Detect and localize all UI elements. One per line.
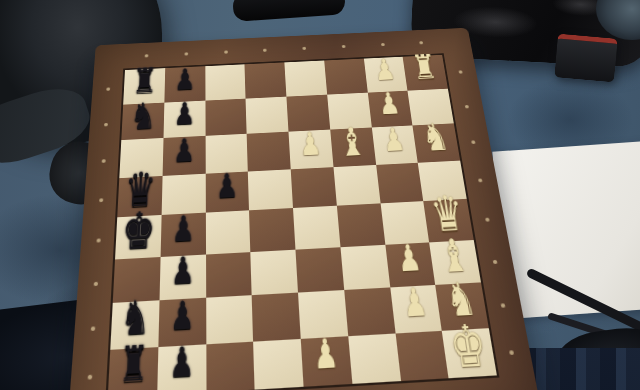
dark-object-top bbox=[232, 0, 346, 22]
photo-scene: ЯR ♜♟♟♜♞♟♟♟♟♝♟♞♛♟♚♟♛♟♟♝♞♟♟♞♜♟♟♚ ♜ bbox=[0, 0, 640, 390]
white-pawn-a2[interactable]: ♟ bbox=[373, 55, 397, 84]
square-a1[interactable]: ♜ bbox=[403, 55, 448, 90]
square-e8[interactable]: ♚ bbox=[115, 215, 161, 259]
square-a6[interactable] bbox=[205, 64, 246, 100]
square-c5[interactable] bbox=[247, 132, 291, 171]
square-e6[interactable] bbox=[205, 210, 250, 254]
square-h3[interactable] bbox=[348, 333, 401, 384]
border-coordinate-mark bbox=[501, 303, 506, 307]
white-rook-a1[interactable]: ♜ bbox=[410, 51, 439, 85]
border-coordinate-mark bbox=[224, 50, 228, 53]
square-b8[interactable]: ♞ bbox=[121, 102, 164, 140]
border-coordinate-mark bbox=[263, 49, 267, 52]
square-h6[interactable] bbox=[206, 341, 255, 390]
white-knight-c1[interactable]: ♞ bbox=[420, 118, 451, 157]
square-h8[interactable]: ♜ bbox=[108, 347, 158, 390]
square-e5[interactable] bbox=[249, 208, 295, 252]
square-c7[interactable]: ♟ bbox=[162, 136, 205, 176]
black-king-e8[interactable]: ♚ bbox=[121, 205, 156, 258]
black-rook-h8[interactable]: ♜ bbox=[118, 341, 149, 390]
border-coordinate-mark bbox=[104, 122, 108, 126]
square-a5[interactable] bbox=[245, 62, 287, 98]
border-coordinate-mark bbox=[509, 350, 514, 355]
chess-board[interactable]: ♜♟♟♜♞♟♟♟♟♝♟♞♛♟♚♟♛♟♟♝♞♟♟♞♜♟♟♚ bbox=[108, 55, 497, 390]
square-h4[interactable]: ♟ bbox=[301, 336, 352, 387]
square-f6[interactable] bbox=[206, 252, 252, 298]
black-knight-b8[interactable]: ♞ bbox=[130, 97, 157, 135]
border-coordinate-mark bbox=[102, 159, 106, 163]
white-bishop-c3[interactable]: ♝ bbox=[337, 122, 367, 162]
border-coordinate-mark bbox=[458, 70, 462, 73]
black-pawn-c7[interactable]: ♟ bbox=[173, 134, 195, 167]
black-pawn-a7[interactable]: ♟ bbox=[174, 65, 195, 95]
black-pawn-f7[interactable]: ♟ bbox=[171, 252, 195, 290]
border-coordinate-mark bbox=[94, 281, 98, 285]
square-e4[interactable] bbox=[293, 206, 340, 249]
square-d5[interactable] bbox=[248, 169, 293, 210]
border-coordinate-mark bbox=[419, 41, 423, 44]
square-g6[interactable] bbox=[206, 295, 254, 344]
black-pawn-e7[interactable]: ♟ bbox=[172, 211, 195, 247]
white-pawn-f2[interactable]: ♟ bbox=[395, 240, 423, 278]
square-h5[interactable] bbox=[253, 338, 303, 389]
black-pawn-h7[interactable]: ♟ bbox=[169, 341, 194, 384]
square-f5[interactable] bbox=[251, 249, 298, 295]
square-d4[interactable] bbox=[291, 167, 337, 208]
border-coordinate-mark bbox=[91, 326, 96, 331]
square-c3[interactable]: ♝ bbox=[330, 127, 376, 166]
square-e3[interactable] bbox=[337, 203, 385, 246]
square-b5[interactable] bbox=[246, 96, 289, 134]
border-coordinate-mark bbox=[485, 218, 490, 222]
square-d2[interactable] bbox=[376, 162, 424, 203]
border-coordinate-mark bbox=[184, 52, 188, 55]
square-b6[interactable] bbox=[205, 98, 247, 136]
border-coordinate-mark bbox=[88, 374, 93, 379]
square-h7[interactable]: ♟ bbox=[157, 344, 206, 390]
square-f3[interactable] bbox=[340, 244, 390, 290]
black-pawn-b7[interactable]: ♟ bbox=[174, 99, 195, 130]
square-g3[interactable] bbox=[344, 287, 395, 335]
border-coordinate-mark bbox=[302, 47, 306, 50]
border-coordinate-mark bbox=[99, 198, 103, 202]
square-a4[interactable] bbox=[284, 61, 327, 97]
border-coordinate-mark bbox=[471, 140, 475, 144]
white-pawn-g2[interactable]: ♟ bbox=[401, 283, 430, 323]
square-d6[interactable]: ♟ bbox=[205, 171, 249, 213]
square-a3[interactable] bbox=[324, 59, 367, 95]
chess-board-frame: ♜♟♟♜♞♟♟♟♟♝♟♞♛♟♚♟♛♟♟♝♞♟♟♞♜♟♟♚ ♜ bbox=[66, 28, 542, 390]
border-coordinate-mark bbox=[478, 178, 483, 182]
small-device bbox=[554, 33, 618, 82]
square-c1[interactable]: ♞ bbox=[413, 123, 460, 162]
square-g5[interactable] bbox=[252, 293, 301, 342]
border-coordinate-mark bbox=[465, 105, 469, 108]
square-d3[interactable] bbox=[333, 165, 380, 206]
border-coordinate-mark bbox=[493, 259, 498, 263]
border-coordinate-mark bbox=[341, 45, 345, 48]
square-f4[interactable] bbox=[295, 247, 344, 293]
white-pawn-b2[interactable]: ♟ bbox=[377, 89, 402, 120]
border-coordinate-mark bbox=[96, 238, 100, 242]
black-pawn-g7[interactable]: ♟ bbox=[170, 296, 194, 336]
black-pawn-d6[interactable]: ♟ bbox=[216, 169, 239, 203]
square-h1[interactable]: ♚ bbox=[442, 328, 497, 379]
square-h2[interactable] bbox=[395, 330, 449, 381]
white-pawn-c4[interactable]: ♟ bbox=[298, 128, 322, 161]
square-c4[interactable]: ♟ bbox=[288, 130, 333, 169]
white-pawn-h4[interactable]: ♟ bbox=[312, 333, 339, 375]
square-c2[interactable]: ♟ bbox=[371, 125, 418, 164]
border-coordinate-mark bbox=[381, 43, 385, 46]
border-coordinate-mark bbox=[145, 54, 149, 57]
square-g2[interactable]: ♟ bbox=[390, 285, 442, 333]
white-pawn-c2[interactable]: ♟ bbox=[381, 124, 406, 156]
border-coordinate-mark bbox=[106, 87, 110, 90]
